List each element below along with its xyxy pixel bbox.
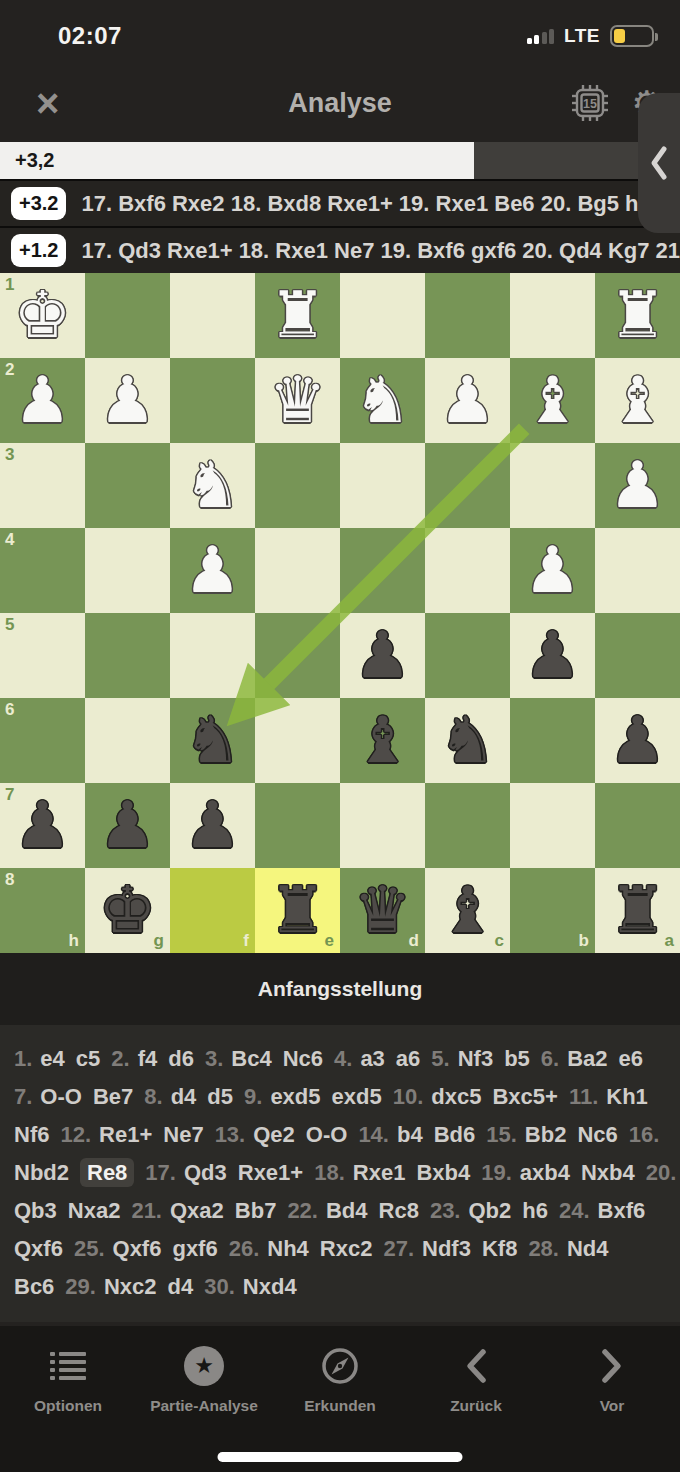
- move-list: 1.e4c52.f4d63.Bc4Nc64.a3a65.Nf3b56.Ba2e6…: [0, 1025, 680, 1322]
- move-number: 27.: [383, 1236, 414, 1261]
- forward-label: Vor: [600, 1397, 625, 1415]
- piece-bP-g7[interactable]: ♟: [85, 783, 170, 868]
- star-circle-icon: ★: [184, 1346, 224, 1386]
- move-line-3: Nf612.Re1+Ne713.Qe2O-O14.b4Bd615.Bb2Nc61…: [14, 1116, 666, 1154]
- move-token[interactable]: b4: [397, 1122, 423, 1147]
- square-e7[interactable]: [255, 783, 340, 868]
- square-g8[interactable]: g♚: [85, 868, 170, 953]
- move-number: 19.: [481, 1160, 512, 1185]
- square-c1[interactable]: [425, 273, 510, 358]
- piece-wP-f4[interactable]: ♟: [170, 528, 255, 613]
- move-token[interactable]: Re1+: [99, 1122, 152, 1147]
- engine-line-1-moves: 17. Bxf6 Rxe2 18. Bxd8 Rxe1+ 19. Rxe1 Be…: [81, 191, 650, 217]
- square-d5[interactable]: ♟: [340, 613, 425, 698]
- game-analysis-label: Partie-Analyse: [150, 1397, 258, 1415]
- square-b1[interactable]: [510, 273, 595, 358]
- move-token[interactable]: Kh1: [606, 1084, 648, 1109]
- move-token[interactable]: Bb7: [235, 1198, 277, 1223]
- move-number: 10.: [393, 1084, 424, 1109]
- move-number: 17.: [145, 1160, 176, 1185]
- square-b8[interactable]: b: [510, 868, 595, 953]
- move-token[interactable]: Qb3: [14, 1198, 57, 1223]
- file-label-g: g: [154, 931, 164, 951]
- move-token[interactable]: Qe2: [253, 1122, 295, 1147]
- file-label-e: e: [325, 931, 334, 951]
- square-d1[interactable]: [340, 273, 425, 358]
- square-f7[interactable]: ♟: [170, 783, 255, 868]
- move-token[interactable]: Rxe1: [353, 1160, 406, 1185]
- move-number: 20.: [646, 1160, 677, 1185]
- rank-label-4: 4: [5, 530, 14, 550]
- move-number: 30.: [204, 1274, 235, 1299]
- square-a3[interactable]: ♟: [595, 443, 680, 528]
- engine-line-2[interactable]: +1.2 17. Qd3 Rxe1+ 18. Rxe1 Ne7 19. Bxf6…: [0, 226, 680, 273]
- rank-label-8: 8: [5, 870, 14, 890]
- move-token[interactable]: Bc6: [14, 1274, 54, 1299]
- square-a2[interactable]: ♝: [595, 358, 680, 443]
- move-number: 16.: [629, 1122, 660, 1147]
- move-number: 14.: [358, 1122, 389, 1147]
- square-g2[interactable]: ♟: [85, 358, 170, 443]
- page-title: Analyse: [288, 88, 392, 119]
- move-token[interactable]: Bc4: [231, 1046, 271, 1071]
- compass-icon: [320, 1346, 360, 1386]
- move-number: 13.: [215, 1122, 246, 1147]
- battery-icon: [610, 25, 654, 47]
- move-token[interactable]: exd5: [332, 1084, 382, 1109]
- piece-wB-a2[interactable]: ♝: [595, 358, 680, 443]
- piece-wP-g2[interactable]: ♟: [85, 358, 170, 443]
- move-token[interactable]: e4: [40, 1046, 64, 1071]
- square-g4[interactable]: [85, 528, 170, 613]
- move-token[interactable]: Rc8: [379, 1198, 419, 1223]
- engine-depth-value: 15: [583, 97, 597, 111]
- move-token[interactable]: a6: [396, 1046, 420, 1071]
- move-token[interactable]: O-O: [40, 1084, 82, 1109]
- square-g3[interactable]: [85, 443, 170, 528]
- move-line-6: Qxf625.Qxf6gxf626.Nh4Rxc227.Ndf3Kf828.Nd…: [14, 1230, 666, 1268]
- move-token[interactable]: gxf6: [172, 1236, 217, 1261]
- move-token[interactable]: a3: [360, 1046, 384, 1071]
- move-token[interactable]: Bd6: [434, 1122, 476, 1147]
- move-number: 25.: [74, 1236, 105, 1261]
- square-b4[interactable]: ♟: [510, 528, 595, 613]
- header: × Analyse 15 ⚙: [0, 64, 680, 142]
- move-number: 15.: [486, 1122, 517, 1147]
- move-token[interactable]: Qb2: [468, 1198, 511, 1223]
- square-g5[interactable]: [85, 613, 170, 698]
- analysis-screen: 02:07 LTE × Analyse: [0, 0, 680, 1472]
- status-bar: 02:07 LTE: [0, 0, 680, 64]
- square-f3[interactable]: ♞: [170, 443, 255, 528]
- move-token[interactable]: exd5: [270, 1084, 320, 1109]
- square-g7[interactable]: ♟: [85, 783, 170, 868]
- piece-bP-d5[interactable]: ♟: [340, 613, 425, 698]
- move-token[interactable]: c5: [76, 1046, 100, 1071]
- engine-chip-icon[interactable]: 15: [570, 83, 610, 123]
- file-label-b: b: [579, 931, 589, 951]
- rank-label-2: 2: [5, 360, 14, 380]
- move-token[interactable]: Bd4: [326, 1198, 368, 1223]
- move-token[interactable]: Bxb4: [416, 1160, 470, 1185]
- square-b7[interactable]: [510, 783, 595, 868]
- move-token[interactable]: Qd3: [184, 1160, 227, 1185]
- square-f8[interactable]: f: [170, 868, 255, 953]
- move-token[interactable]: Qxf6: [14, 1236, 63, 1261]
- square-f5[interactable]: [170, 613, 255, 698]
- square-a5[interactable]: [595, 613, 680, 698]
- file-label-f: f: [243, 931, 249, 951]
- signal-strength-icon: [527, 28, 555, 44]
- move-number: 3.: [205, 1046, 223, 1071]
- options-button[interactable]: Optionen: [0, 1326, 136, 1472]
- square-f2[interactable]: [170, 358, 255, 443]
- move-token[interactable]: Nd4: [567, 1236, 609, 1261]
- evaluation-bar: +3,2: [0, 142, 680, 179]
- move-token[interactable]: e6: [619, 1046, 643, 1071]
- square-c2[interactable]: ♟: [425, 358, 510, 443]
- move-token[interactable]: d5: [207, 1084, 233, 1109]
- move-token[interactable]: O-O: [306, 1122, 348, 1147]
- piece-wP-c2[interactable]: ♟: [425, 358, 510, 443]
- square-a6[interactable]: ♟: [595, 698, 680, 783]
- move-token[interactable]: Nf6: [14, 1122, 49, 1147]
- square-e5[interactable]: [255, 613, 340, 698]
- game-analysis-button[interactable]: ★ Partie-Analyse: [136, 1326, 272, 1472]
- rank-label-5: 5: [5, 615, 14, 635]
- square-c3[interactable]: [425, 443, 510, 528]
- square-g6[interactable]: [85, 698, 170, 783]
- move-line-5: Qb3Nxa221.Qxa2Bb722.Bd4Rc823.Qb2h624.Bxf…: [14, 1192, 666, 1230]
- piece-bP-b5[interactable]: ♟: [510, 613, 595, 698]
- square-d3[interactable]: [340, 443, 425, 528]
- move-number: 23.: [430, 1198, 461, 1223]
- home-indicator[interactable]: [218, 1452, 463, 1462]
- move-token[interactable]: Be7: [93, 1084, 133, 1109]
- square-d6[interactable]: ♝: [340, 698, 425, 783]
- move-token[interactable]: Rxc2: [320, 1236, 373, 1261]
- move-token[interactable]: b5: [504, 1046, 530, 1071]
- rank-label-6: 6: [5, 700, 14, 720]
- list-icon: [50, 1346, 86, 1386]
- square-e1[interactable]: ♜: [255, 273, 340, 358]
- piece-bN-f6[interactable]: ♞: [170, 698, 255, 783]
- move-number: 28.: [528, 1236, 559, 1261]
- move-token[interactable]: Nxa2: [68, 1198, 121, 1223]
- file-label-a: a: [665, 931, 674, 951]
- move-line-2: 7.O-OBe78.d4d59.exd5exd510.dxc5Bxc5+11.K…: [14, 1078, 666, 1116]
- file-label-d: d: [409, 931, 419, 951]
- moves-panel-header: Anfangsstellung: [0, 953, 680, 1025]
- rank-label-1: 1: [5, 275, 14, 295]
- rank-label-3: 3: [5, 445, 14, 465]
- square-a4[interactable]: [595, 528, 680, 613]
- square-h5[interactable]: 5: [0, 613, 85, 698]
- square-b2[interactable]: ♝: [510, 358, 595, 443]
- move-number: 6.: [541, 1046, 559, 1071]
- move-number: 22.: [287, 1198, 318, 1223]
- file-label-c: c: [495, 931, 504, 951]
- square-h2[interactable]: 2♟: [0, 358, 85, 443]
- close-icon[interactable]: ×: [36, 83, 59, 123]
- engine-line-1[interactable]: +3.2 17. Bxf6 Rxe2 18. Bxd8 Rxe1+ 19. Rx…: [0, 179, 680, 226]
- square-f4[interactable]: ♟: [170, 528, 255, 613]
- move-token[interactable]: f4: [138, 1046, 158, 1071]
- move-token[interactable]: Nbd2: [14, 1160, 69, 1185]
- explore-label: Erkunden: [304, 1397, 375, 1415]
- square-h3[interactable]: 3: [0, 443, 85, 528]
- move-token[interactable]: dxc5: [431, 1084, 481, 1109]
- move-number: 26.: [229, 1236, 260, 1261]
- move-token[interactable]: Nc6: [283, 1046, 323, 1071]
- piece-wN-d2[interactable]: ♞: [340, 358, 425, 443]
- move-token[interactable]: d4: [171, 1084, 197, 1109]
- move-token[interactable]: axb4: [520, 1160, 570, 1185]
- square-d7[interactable]: [340, 783, 425, 868]
- square-c4[interactable]: [425, 528, 510, 613]
- move-token[interactable]: Rxe1+: [238, 1160, 303, 1185]
- move-token[interactable]: Nf3: [458, 1046, 493, 1071]
- network-type: LTE: [564, 25, 600, 47]
- move-token[interactable]: Ndf3: [422, 1236, 471, 1261]
- piece-wR-a1[interactable]: ♜: [595, 273, 680, 358]
- rank-label-7: 7: [5, 785, 14, 805]
- move-token[interactable]: h6: [522, 1198, 548, 1223]
- clock-time: 02:07: [58, 22, 122, 50]
- square-b6[interactable]: [510, 698, 595, 783]
- move-number: 8.: [144, 1084, 162, 1109]
- piece-bB-d6[interactable]: ♝: [340, 698, 425, 783]
- options-label: Optionen: [34, 1397, 102, 1415]
- move-token[interactable]: Bxc5+: [492, 1084, 557, 1109]
- back-button[interactable]: Zurück: [408, 1326, 544, 1472]
- square-h7[interactable]: 7♟: [0, 783, 85, 868]
- move-token[interactable]: Nc6: [577, 1122, 617, 1147]
- move-line-1: 1.e4c52.f4d63.Bc4Nc64.a3a65.Nf3b56.Ba2e6: [14, 1040, 666, 1078]
- piece-bP-a6[interactable]: ♟: [595, 698, 680, 783]
- piece-wN-f3[interactable]: ♞: [170, 443, 255, 528]
- evaluation-bar-white-fill: +3,2: [0, 142, 474, 179]
- engine-line-1-eval-badge: +3.2: [11, 187, 66, 220]
- chess-board: 1♚♜♜2♟♟♛♞♟♝♝3♞♟4♟♟5♟♟6♞♝♞♟7♟♟♟8hg♚fe♜d♛c…: [0, 273, 680, 953]
- square-e8[interactable]: e♜: [255, 868, 340, 953]
- piece-wR-e1[interactable]: ♜: [255, 273, 340, 358]
- move-number: 21.: [131, 1198, 162, 1223]
- move-token[interactable]: Nxc2: [104, 1274, 157, 1299]
- square-f1[interactable]: [170, 273, 255, 358]
- square-h8[interactable]: 8h: [0, 868, 85, 953]
- move-number: 11.: [569, 1084, 598, 1109]
- square-g1[interactable]: [85, 273, 170, 358]
- square-h1[interactable]: 1♚: [0, 273, 85, 358]
- side-drawer-tab[interactable]: [638, 93, 680, 233]
- piece-wB-b2[interactable]: ♝: [510, 358, 595, 443]
- move-number: 5.: [431, 1046, 449, 1071]
- square-c5[interactable]: [425, 613, 510, 698]
- move-number: 7.: [14, 1084, 32, 1109]
- square-e4[interactable]: [255, 528, 340, 613]
- chevron-right-icon: [599, 1346, 625, 1386]
- move-token[interactable]: Ba2: [567, 1046, 607, 1071]
- move-token[interactable]: Nxb4: [581, 1160, 635, 1185]
- piece-wP-b4[interactable]: ♟: [510, 528, 595, 613]
- chevron-left-icon: [463, 1346, 489, 1386]
- chevron-left-icon: [648, 143, 670, 183]
- move-number: 4.: [334, 1046, 352, 1071]
- square-d4[interactable]: [340, 528, 425, 613]
- explore-button[interactable]: Erkunden: [272, 1326, 408, 1472]
- square-c7[interactable]: [425, 783, 510, 868]
- move-token[interactable]: Bb2: [525, 1122, 567, 1147]
- move-token[interactable]: Bxf6: [598, 1198, 646, 1223]
- move-token[interactable]: Kf8: [482, 1236, 517, 1261]
- move-token[interactable]: Nxd4: [243, 1274, 297, 1299]
- status-icons: LTE: [527, 25, 654, 47]
- move-token[interactable]: Qxa2: [170, 1198, 224, 1223]
- square-a7[interactable]: [595, 783, 680, 868]
- move-number: 24.: [559, 1198, 590, 1223]
- square-e6[interactable]: [255, 698, 340, 783]
- piece-bP-f7[interactable]: ♟: [170, 783, 255, 868]
- back-label: Zurück: [450, 1397, 502, 1415]
- move-line-7: Bc629.Nxc2d430.Nxd4: [14, 1268, 666, 1306]
- current-move[interactable]: Re8: [80, 1158, 134, 1187]
- square-d8[interactable]: d♛: [340, 868, 425, 953]
- piece-bN-c6[interactable]: ♞: [425, 698, 510, 783]
- engine-line-2-moves: 17. Qd3 Rxe1+ 18. Rxe1 Ne7 19. Bxf6 gxf6…: [81, 238, 680, 264]
- square-d2[interactable]: ♞: [340, 358, 425, 443]
- square-h4[interactable]: 4: [0, 528, 85, 613]
- move-token[interactable]: d6: [168, 1046, 194, 1071]
- piece-wQ-e2[interactable]: ♛: [255, 358, 340, 443]
- move-token[interactable]: Qxf6: [113, 1236, 162, 1261]
- square-c6[interactable]: ♞: [425, 698, 510, 783]
- square-a8[interactable]: a♜: [595, 868, 680, 953]
- piece-wP-a3[interactable]: ♟: [595, 443, 680, 528]
- forward-button[interactable]: Vor: [544, 1326, 680, 1472]
- square-b5[interactable]: ♟: [510, 613, 595, 698]
- square-h6[interactable]: 6: [0, 698, 85, 783]
- bottom-toolbar: Optionen ★ Partie-Analyse Erkunden: [0, 1326, 680, 1472]
- move-number: 29.: [65, 1274, 96, 1299]
- engine-line-2-eval-badge: +1.2: [11, 234, 66, 267]
- square-c8[interactable]: c♝: [425, 868, 510, 953]
- file-label-h: h: [69, 931, 79, 951]
- square-b3[interactable]: [510, 443, 595, 528]
- move-number: 1.: [14, 1046, 32, 1071]
- square-f6[interactable]: ♞: [170, 698, 255, 783]
- battery-fill: [614, 29, 625, 43]
- evaluation-value: +3,2: [0, 149, 54, 172]
- square-a1[interactable]: ♜: [595, 273, 680, 358]
- move-number: 2.: [111, 1046, 129, 1071]
- move-token[interactable]: Ne7: [163, 1122, 203, 1147]
- move-number: 12.: [60, 1122, 91, 1147]
- move-token[interactable]: d4: [168, 1274, 194, 1299]
- square-e3[interactable]: [255, 443, 340, 528]
- move-number: 18.: [314, 1160, 345, 1185]
- square-e2[interactable]: ♛: [255, 358, 340, 443]
- move-line-4: Nbd2Re817.Qd3Rxe1+18.Rxe1Bxb419.axb4Nxb4…: [14, 1154, 666, 1192]
- move-number: 9.: [244, 1084, 262, 1109]
- move-token[interactable]: Nh4: [267, 1236, 309, 1261]
